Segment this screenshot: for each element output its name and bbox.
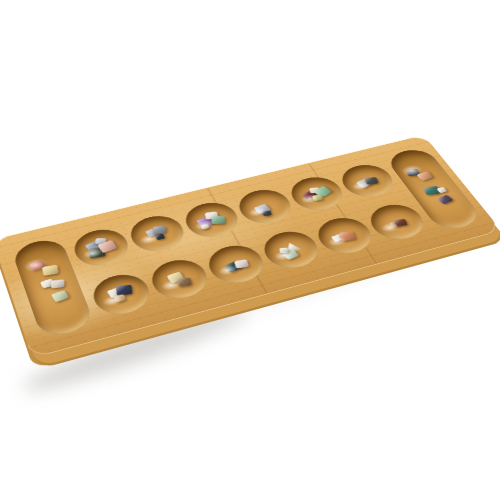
pit-near-2[interactable] bbox=[145, 255, 214, 304]
pit-far-3[interactable] bbox=[179, 198, 245, 242]
gem-stone bbox=[211, 216, 225, 224]
pit-far-2[interactable] bbox=[125, 211, 190, 256]
gem-stone bbox=[393, 219, 407, 227]
gem-stone bbox=[364, 177, 379, 185]
gem-stone bbox=[154, 233, 165, 240]
gem-stone bbox=[177, 277, 192, 287]
gem-stone bbox=[200, 224, 210, 230]
gem-stone bbox=[42, 264, 59, 275]
pit-near-1[interactable] bbox=[88, 270, 156, 320]
photo-background bbox=[0, 0, 500, 500]
gem-stone bbox=[312, 194, 324, 201]
gem-stone bbox=[262, 210, 272, 216]
pit-near-3[interactable] bbox=[202, 241, 271, 288]
gem-stone bbox=[113, 294, 126, 303]
gem-stone bbox=[51, 279, 65, 288]
gem-stone bbox=[234, 259, 250, 269]
gem-stone bbox=[338, 231, 356, 242]
mancala-board bbox=[0, 135, 500, 359]
gem-stone bbox=[50, 290, 69, 303]
gem-stone bbox=[437, 195, 454, 205]
gem-stone bbox=[416, 171, 433, 181]
pit-far-1[interactable] bbox=[69, 225, 134, 271]
pit-grid bbox=[67, 157, 434, 323]
board-surface bbox=[0, 135, 500, 359]
